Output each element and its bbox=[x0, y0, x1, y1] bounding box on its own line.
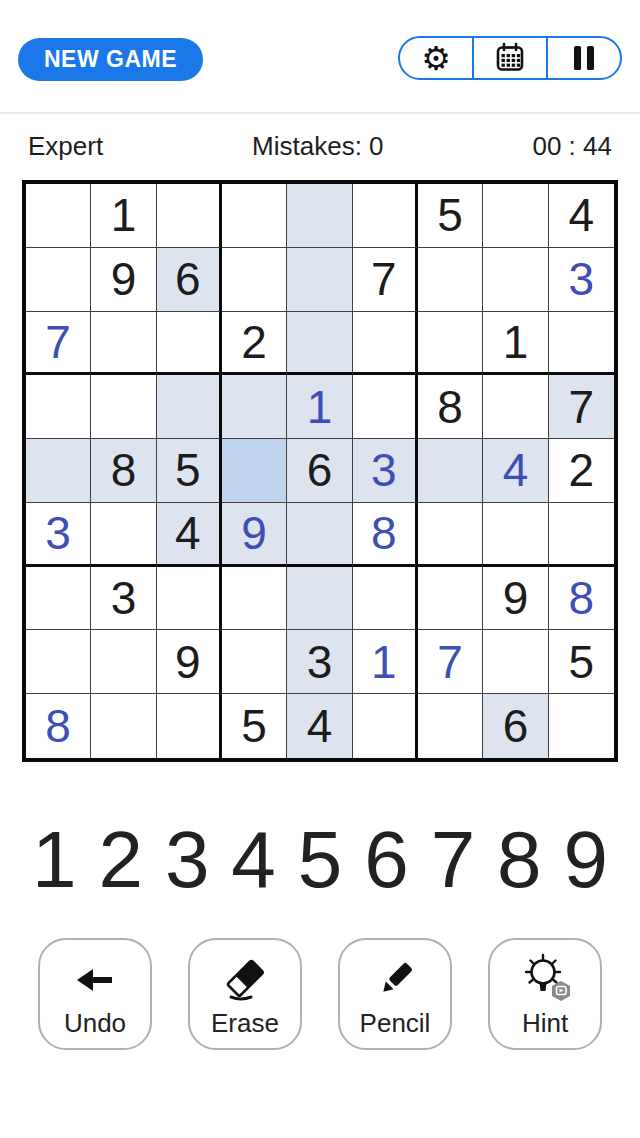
number-pad: 123456789 bbox=[0, 804, 640, 916]
cell-r6c3[interactable]: 4 bbox=[157, 503, 222, 567]
cell-r7c3[interactable] bbox=[157, 567, 222, 631]
cell-r9c1[interactable]: 8 bbox=[26, 694, 91, 758]
cell-r1c8[interactable] bbox=[483, 184, 548, 248]
cell-r5c1[interactable] bbox=[26, 439, 91, 503]
undo-arrow-icon bbox=[72, 960, 118, 1000]
numpad-digit-1[interactable]: 1 bbox=[32, 820, 77, 900]
cell-r1c4[interactable] bbox=[222, 184, 287, 248]
cell-r2c4[interactable] bbox=[222, 248, 287, 312]
cell-r5c3[interactable]: 5 bbox=[157, 439, 222, 503]
numpad-digit-5[interactable]: 5 bbox=[298, 820, 343, 900]
hint-label: Hint bbox=[522, 1008, 568, 1039]
status-row: Expert Mistakes: 0 00 : 44 bbox=[0, 124, 640, 168]
difficulty-label: Expert bbox=[28, 131, 103, 162]
hint-video-ad-badge bbox=[552, 981, 570, 1001]
cell-r1c3[interactable] bbox=[157, 184, 222, 248]
cell-r9c8[interactable]: 6 bbox=[483, 694, 548, 758]
pause-button[interactable] bbox=[546, 38, 620, 78]
cell-r2c7[interactable] bbox=[418, 248, 483, 312]
numpad-digit-7[interactable]: 7 bbox=[431, 820, 476, 900]
hint-lightbulb-icon bbox=[517, 953, 573, 1007]
cell-r3c1[interactable]: 7 bbox=[26, 312, 91, 376]
cell-r9c5[interactable]: 4 bbox=[287, 694, 352, 758]
cell-r8c9[interactable]: 5 bbox=[549, 630, 614, 694]
timer: 00 : 44 bbox=[532, 131, 612, 162]
cell-r7c2[interactable]: 3 bbox=[91, 567, 156, 631]
pencil-button[interactable]: Pencil bbox=[338, 938, 452, 1050]
pencil-icon bbox=[371, 956, 419, 1004]
gear-icon: ⚙ bbox=[421, 42, 451, 75]
action-bar: Undo Erase Pencil bbox=[0, 938, 640, 1050]
cell-r4c8[interactable] bbox=[483, 375, 548, 439]
cell-r5c7[interactable] bbox=[418, 439, 483, 503]
cell-r4c1[interactable] bbox=[26, 375, 91, 439]
cell-r2c6[interactable]: 7 bbox=[353, 248, 418, 312]
pause-icon bbox=[570, 43, 598, 73]
cell-r4c9[interactable]: 7 bbox=[549, 375, 614, 439]
numpad-digit-4[interactable]: 4 bbox=[231, 820, 276, 900]
cell-r7c1[interactable] bbox=[26, 567, 91, 631]
sudoku-grid: 15496737211878563423498398931758546 bbox=[22, 180, 618, 762]
cell-r6c2[interactable] bbox=[91, 503, 156, 567]
new-game-button[interactable]: NEW GAME bbox=[18, 38, 203, 81]
cell-r2c3[interactable]: 6 bbox=[157, 248, 222, 312]
cell-r2c2[interactable]: 9 bbox=[91, 248, 156, 312]
cell-r7c4[interactable] bbox=[222, 567, 287, 631]
settings-button[interactable]: ⚙ bbox=[400, 38, 472, 78]
cell-r3c3[interactable] bbox=[157, 312, 222, 376]
eraser-icon bbox=[221, 956, 269, 1004]
cell-r8c6[interactable]: 1 bbox=[353, 630, 418, 694]
top-bar: NEW GAME ⚙ bbox=[0, 0, 640, 112]
cell-r6c7[interactable] bbox=[418, 503, 483, 567]
pencil-label: Pencil bbox=[360, 1008, 431, 1039]
cell-r9c6[interactable] bbox=[353, 694, 418, 758]
cell-r4c4[interactable] bbox=[222, 375, 287, 439]
cell-r8c7[interactable]: 7 bbox=[418, 630, 483, 694]
cell-r6c9[interactable] bbox=[549, 503, 614, 567]
cell-r8c5[interactable]: 3 bbox=[287, 630, 352, 694]
cell-r1c9[interactable]: 4 bbox=[549, 184, 614, 248]
numpad-digit-3[interactable]: 3 bbox=[165, 820, 210, 900]
hint-button[interactable]: Hint bbox=[488, 938, 602, 1050]
cell-r8c3[interactable]: 9 bbox=[157, 630, 222, 694]
cell-r8c1[interactable] bbox=[26, 630, 91, 694]
cell-r3c2[interactable] bbox=[91, 312, 156, 376]
numpad-digit-8[interactable]: 8 bbox=[497, 820, 542, 900]
cell-r4c2[interactable] bbox=[91, 375, 156, 439]
cell-r4c3[interactable] bbox=[157, 375, 222, 439]
cell-r7c6[interactable] bbox=[353, 567, 418, 631]
cell-r5c8[interactable]: 4 bbox=[483, 439, 548, 503]
cell-r8c2[interactable] bbox=[91, 630, 156, 694]
cell-r9c2[interactable] bbox=[91, 694, 156, 758]
mistakes-counter: Mistakes: 0 bbox=[252, 131, 384, 162]
cell-r3c7[interactable] bbox=[418, 312, 483, 376]
cell-r1c5[interactable] bbox=[287, 184, 352, 248]
cell-r5c9[interactable]: 2 bbox=[549, 439, 614, 503]
cell-r6c6[interactable]: 8 bbox=[353, 503, 418, 567]
cell-r7c8[interactable]: 9 bbox=[483, 567, 548, 631]
toolbar-icon-group: ⚙ bbox=[398, 36, 622, 80]
cell-r5c2[interactable]: 8 bbox=[91, 439, 156, 503]
cell-r5c6[interactable]: 3 bbox=[353, 439, 418, 503]
cell-r2c9[interactable]: 3 bbox=[549, 248, 614, 312]
cell-r7c5[interactable] bbox=[287, 567, 352, 631]
numpad-digit-6[interactable]: 6 bbox=[364, 820, 409, 900]
header-divider bbox=[0, 112, 640, 114]
cell-r9c3[interactable] bbox=[157, 694, 222, 758]
cell-r3c9[interactable] bbox=[549, 312, 614, 376]
calendar-icon bbox=[493, 41, 527, 75]
cell-r9c4[interactable]: 5 bbox=[222, 694, 287, 758]
board-wrap: 15496737211878563423498398931758546 bbox=[22, 180, 618, 762]
cell-r5c5[interactable]: 6 bbox=[287, 439, 352, 503]
numpad-digit-9[interactable]: 9 bbox=[564, 820, 609, 900]
cell-r9c9[interactable] bbox=[549, 694, 614, 758]
cell-r4c6[interactable] bbox=[353, 375, 418, 439]
cell-r1c6[interactable] bbox=[353, 184, 418, 248]
undo-label: Undo bbox=[64, 1008, 126, 1039]
cell-r9c7[interactable] bbox=[418, 694, 483, 758]
cell-r2c5[interactable] bbox=[287, 248, 352, 312]
cell-r3c8[interactable]: 1 bbox=[483, 312, 548, 376]
cell-r3c4[interactable]: 2 bbox=[222, 312, 287, 376]
cell-r2c8[interactable] bbox=[483, 248, 548, 312]
cell-r4c5[interactable]: 1 bbox=[287, 375, 352, 439]
cell-r4c7[interactable]: 8 bbox=[418, 375, 483, 439]
cell-r1c7[interactable]: 5 bbox=[418, 184, 483, 248]
cell-r1c1[interactable] bbox=[26, 184, 91, 248]
daily-challenge-button[interactable] bbox=[472, 38, 546, 78]
undo-button[interactable]: Undo bbox=[38, 938, 152, 1050]
cell-r7c9[interactable]: 8 bbox=[549, 567, 614, 631]
cell-r6c4[interactable]: 9 bbox=[222, 503, 287, 567]
cell-r6c8[interactable] bbox=[483, 503, 548, 567]
cell-r1c2[interactable]: 1 bbox=[91, 184, 156, 248]
erase-label: Erase bbox=[211, 1008, 279, 1039]
cell-r6c1[interactable]: 3 bbox=[26, 503, 91, 567]
cell-r3c5[interactable] bbox=[287, 312, 352, 376]
cell-r7c7[interactable] bbox=[418, 567, 483, 631]
cell-r5c4[interactable] bbox=[222, 439, 287, 503]
numpad-digit-2[interactable]: 2 bbox=[98, 820, 143, 900]
cell-r3c6[interactable] bbox=[353, 312, 418, 376]
cell-r8c8[interactable] bbox=[483, 630, 548, 694]
cell-r2c1[interactable] bbox=[26, 248, 91, 312]
cell-r6c5[interactable] bbox=[287, 503, 352, 567]
cell-r8c4[interactable] bbox=[222, 630, 287, 694]
erase-button[interactable]: Erase bbox=[188, 938, 302, 1050]
